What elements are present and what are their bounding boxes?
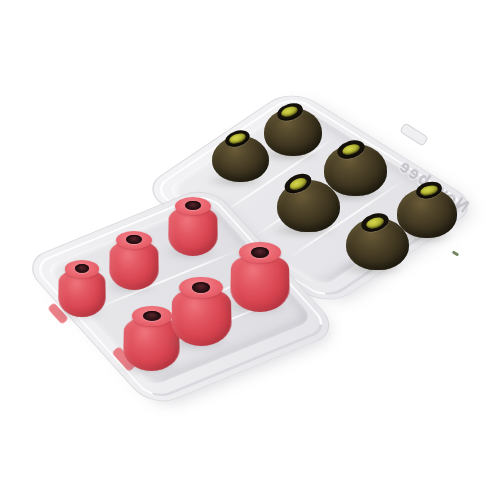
foam-tip: [168, 276, 234, 347]
foam-tip: [166, 196, 220, 256]
foam-tip: [107, 230, 161, 290]
foam-tip-bore-hole: [251, 247, 269, 258]
product-photo: New-bee: [0, 0, 500, 500]
foam-tips-group: [0, 0, 500, 500]
foam-tip-bore-hole: [143, 311, 160, 321]
foam-tip-bore-hole: [192, 282, 210, 293]
foam-tip-bore-hole: [75, 264, 90, 273]
foam-tip-body: [230, 255, 290, 311]
foam-tip: [228, 241, 293, 311]
foam-tip: [56, 259, 108, 317]
